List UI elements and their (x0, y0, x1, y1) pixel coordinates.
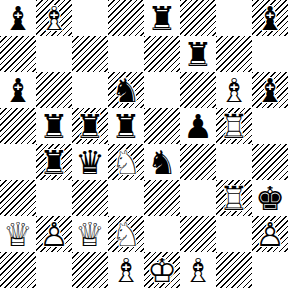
piece-glyph: ♝ (252, 0, 288, 36)
piece-black-bishop: ♝ (252, 0, 288, 36)
square-d4[interactable]: ♞♘ (108, 144, 144, 180)
square-b3[interactable] (36, 180, 72, 216)
piece-outline-layer: ♘ (108, 144, 144, 180)
square-h7[interactable] (252, 36, 288, 72)
piece-outline-layer: ♗ (36, 0, 72, 36)
square-b5[interactable]: ♜ (36, 108, 72, 144)
piece-glyph: ♝ (0, 72, 36, 108)
piece-black-queen: ♛ (72, 144, 108, 180)
square-c2[interactable]: ♛♕ (72, 216, 108, 252)
square-a8[interactable]: ♝ (0, 0, 36, 36)
square-d1[interactable]: ♝♗ (108, 252, 144, 288)
square-g8[interactable] (216, 0, 252, 36)
piece-white-queen: ♛♕ (0, 216, 36, 252)
piece-white-knight: ♞♘ (108, 144, 144, 180)
square-a4[interactable] (0, 144, 36, 180)
piece-black-pawn: ♟ (180, 108, 216, 144)
piece-white-pawn: ♟♙ (36, 216, 72, 252)
square-g2[interactable] (216, 216, 252, 252)
square-f3[interactable] (180, 180, 216, 216)
piece-white-knight: ♞♘ (108, 216, 144, 252)
square-h5[interactable] (252, 108, 288, 144)
piece-white-bishop: ♝♗ (216, 72, 252, 108)
square-d3[interactable] (108, 180, 144, 216)
piece-glyph: ♜ (144, 0, 180, 36)
piece-outline-layer: ♕ (0, 216, 36, 252)
piece-glyph: ♝ (0, 0, 36, 36)
chess-board: ♝♝♗♜♝♜♝♞♝♗♝♜♜♜♟♜♖♜♛♞♘♞♜♖♚♛♕♟♙♛♕♞♘♟♙♝♗♚♔♝… (0, 0, 288, 288)
piece-black-rook: ♜ (144, 0, 180, 36)
piece-black-rook: ♜ (108, 108, 144, 144)
piece-outline-layer: ♖ (216, 180, 252, 216)
piece-black-bishop: ♝ (0, 0, 36, 36)
square-g5[interactable]: ♜♖ (216, 108, 252, 144)
square-b6[interactable] (36, 72, 72, 108)
square-f8[interactable] (180, 0, 216, 36)
piece-white-king: ♚♔ (144, 252, 180, 288)
square-d5[interactable]: ♜ (108, 108, 144, 144)
square-c4[interactable]: ♛ (72, 144, 108, 180)
square-d7[interactable] (108, 36, 144, 72)
square-f4[interactable] (180, 144, 216, 180)
piece-black-rook: ♜ (36, 144, 72, 180)
piece-glyph: ♟ (180, 108, 216, 144)
piece-black-knight: ♞ (108, 72, 144, 108)
square-b1[interactable] (36, 252, 72, 288)
piece-glyph: ♚ (252, 180, 288, 216)
piece-black-king: ♚ (252, 180, 288, 216)
piece-outline-layer: ♘ (108, 216, 144, 252)
square-e7[interactable] (144, 36, 180, 72)
piece-white-rook: ♜♖ (216, 108, 252, 144)
square-f1[interactable]: ♝♗ (180, 252, 216, 288)
piece-black-rook: ♜ (72, 108, 108, 144)
square-h1[interactable] (252, 252, 288, 288)
square-a2[interactable]: ♛♕ (0, 216, 36, 252)
square-c3[interactable] (72, 180, 108, 216)
square-g3[interactable]: ♜♖ (216, 180, 252, 216)
square-d2[interactable]: ♞♘ (108, 216, 144, 252)
piece-outline-layer: ♗ (180, 252, 216, 288)
square-c8[interactable] (72, 0, 108, 36)
piece-white-bishop: ♝♗ (36, 0, 72, 36)
square-b7[interactable] (36, 36, 72, 72)
square-d8[interactable] (108, 0, 144, 36)
square-e8[interactable]: ♜ (144, 0, 180, 36)
square-a7[interactable] (0, 36, 36, 72)
piece-black-rook: ♜ (36, 108, 72, 144)
piece-white-rook: ♜♖ (216, 180, 252, 216)
square-e6[interactable] (144, 72, 180, 108)
square-e2[interactable] (144, 216, 180, 252)
square-c6[interactable] (72, 72, 108, 108)
square-e3[interactable] (144, 180, 180, 216)
square-f2[interactable] (180, 216, 216, 252)
piece-outline-layer: ♙ (252, 216, 288, 252)
piece-white-bishop: ♝♗ (180, 252, 216, 288)
square-g1[interactable] (216, 252, 252, 288)
square-h3[interactable]: ♚ (252, 180, 288, 216)
square-h8[interactable]: ♝ (252, 0, 288, 36)
piece-glyph: ♜ (180, 36, 216, 72)
piece-outline-layer: ♖ (216, 108, 252, 144)
piece-black-knight: ♞ (144, 144, 180, 180)
piece-outline-layer: ♙ (36, 216, 72, 252)
piece-glyph: ♜ (72, 108, 108, 144)
square-c5[interactable]: ♜ (72, 108, 108, 144)
piece-white-bishop: ♝♗ (108, 252, 144, 288)
square-e4[interactable]: ♞ (144, 144, 180, 180)
piece-glyph: ♜ (36, 144, 72, 180)
square-a3[interactable] (0, 180, 36, 216)
piece-white-queen: ♛♕ (72, 216, 108, 252)
square-a5[interactable] (0, 108, 36, 144)
square-g4[interactable] (216, 144, 252, 180)
square-d6[interactable]: ♞ (108, 72, 144, 108)
piece-glyph: ♝ (252, 72, 288, 108)
square-g6[interactable]: ♝♗ (216, 72, 252, 108)
piece-black-bishop: ♝ (252, 72, 288, 108)
piece-outline-layer: ♕ (72, 216, 108, 252)
square-a1[interactable] (0, 252, 36, 288)
square-b8[interactable]: ♝♗ (36, 0, 72, 36)
square-f6[interactable] (180, 72, 216, 108)
square-c7[interactable] (72, 36, 108, 72)
piece-glyph: ♞ (144, 144, 180, 180)
piece-glyph: ♜ (36, 108, 72, 144)
square-f5[interactable]: ♟ (180, 108, 216, 144)
piece-outline-layer: ♗ (216, 72, 252, 108)
square-b2[interactable]: ♟♙ (36, 216, 72, 252)
square-b4[interactable]: ♜ (36, 144, 72, 180)
square-g7[interactable] (216, 36, 252, 72)
square-e5[interactable] (144, 108, 180, 144)
square-a6[interactable]: ♝ (0, 72, 36, 108)
piece-white-pawn: ♟♙ (252, 216, 288, 252)
piece-glyph: ♜ (108, 108, 144, 144)
piece-black-bishop: ♝ (0, 72, 36, 108)
square-c1[interactable] (72, 252, 108, 288)
piece-glyph: ♛ (72, 144, 108, 180)
piece-black-rook: ♜ (180, 36, 216, 72)
square-e1[interactable]: ♚♔ (144, 252, 180, 288)
piece-outline-layer: ♔ (144, 252, 180, 288)
piece-outline-layer: ♗ (108, 252, 144, 288)
square-h4[interactable] (252, 144, 288, 180)
square-h6[interactable]: ♝ (252, 72, 288, 108)
piece-glyph: ♞ (108, 72, 144, 108)
square-h2[interactable]: ♟♙ (252, 216, 288, 252)
square-f7[interactable]: ♜ (180, 36, 216, 72)
